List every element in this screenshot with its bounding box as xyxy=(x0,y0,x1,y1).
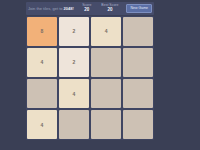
score-box: Score 20 xyxy=(82,4,91,13)
empty-cell xyxy=(59,110,89,139)
empty-cell xyxy=(123,79,153,108)
empty-cell xyxy=(27,79,57,108)
tile-4: 4 xyxy=(27,48,57,77)
new-game-button[interactable]: New Game xyxy=(126,4,152,13)
header-bar: Join the tiles, get to 2048! Score 20 Be… xyxy=(26,2,154,15)
empty-cell xyxy=(91,48,121,77)
tile-4: 4 xyxy=(59,79,89,108)
empty-cell xyxy=(91,79,121,108)
empty-cell xyxy=(123,110,153,139)
subtitle: Join the tiles, get to 2048! xyxy=(28,6,77,11)
empty-cell xyxy=(123,17,153,46)
subtitle-text: Join the tiles, get to xyxy=(28,6,64,11)
empty-cell xyxy=(123,48,153,77)
tile-8: 8 xyxy=(27,17,57,46)
tile-4: 4 xyxy=(27,110,57,139)
tile-2: 2 xyxy=(59,48,89,77)
game-2048-app: Join the tiles, get to 2048! Score 20 Be… xyxy=(26,2,154,142)
score-value: 20 xyxy=(84,8,89,13)
game-board[interactable]: 8244244 xyxy=(26,16,154,140)
best-score-value: 20 xyxy=(107,8,112,13)
tile-4: 4 xyxy=(91,17,121,46)
best-score-box: Best Score 20 xyxy=(101,4,118,13)
tile-2: 2 xyxy=(59,17,89,46)
subtitle-goal: 2048! xyxy=(64,6,74,11)
empty-cell xyxy=(91,110,121,139)
